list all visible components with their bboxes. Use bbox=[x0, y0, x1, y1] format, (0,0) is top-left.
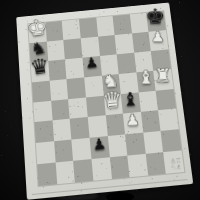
photo-grain bbox=[162, 150, 163, 151]
photo-grain bbox=[28, 62, 29, 63]
board-square-c5[interactable] bbox=[67, 77, 86, 99]
board-square-a5[interactable] bbox=[32, 80, 51, 102]
photo-grain bbox=[136, 66, 137, 67]
photo-grain bbox=[90, 14, 91, 15]
board-square-c8[interactable] bbox=[62, 19, 81, 40]
photo-grain bbox=[129, 171, 130, 172]
photo-grain bbox=[51, 134, 52, 135]
photo-grain bbox=[55, 152, 56, 153]
photo-grain bbox=[77, 102, 78, 103]
board-square-h4[interactable] bbox=[156, 89, 176, 111]
photo-grain bbox=[81, 191, 82, 192]
photo-grain bbox=[181, 167, 182, 168]
photo-grain bbox=[177, 122, 178, 123]
photo-grain bbox=[151, 154, 152, 155]
photo-grain bbox=[150, 167, 151, 168]
photo-grain bbox=[151, 20, 152, 21]
board-square-a2[interactable] bbox=[36, 142, 55, 165]
piece-black-pawn[interactable]: ♟ bbox=[91, 136, 106, 153]
photo-grain bbox=[25, 29, 26, 30]
photo-grain bbox=[95, 40, 96, 41]
piece-white-pawn[interactable]: ♟ bbox=[151, 31, 164, 45]
photo-grain bbox=[49, 182, 50, 183]
photo-grain bbox=[28, 86, 29, 87]
piece-black-bishop[interactable]: ♝ bbox=[121, 90, 139, 109]
board-square-a4[interactable] bbox=[33, 100, 52, 122]
board-square-c1[interactable] bbox=[73, 159, 93, 182]
photo-grain bbox=[73, 73, 74, 74]
photo-grain bbox=[77, 176, 78, 177]
photo-grain bbox=[7, 135, 8, 136]
board-square-h3[interactable] bbox=[158, 109, 178, 131]
photo-grain bbox=[47, 61, 48, 62]
photo-grain bbox=[174, 179, 175, 180]
photo-grain bbox=[144, 169, 145, 170]
photo-grain bbox=[32, 111, 33, 112]
board-square-f8[interactable] bbox=[113, 14, 132, 34]
photo-grain bbox=[129, 158, 130, 159]
photo-grain bbox=[17, 25, 18, 26]
board-square-d1[interactable] bbox=[91, 157, 111, 180]
photo-grain bbox=[123, 44, 124, 45]
photo-grain bbox=[163, 44, 164, 45]
photo-grain bbox=[120, 23, 121, 24]
photo-grain bbox=[73, 57, 74, 58]
piece-white-bishop[interactable]: ♝ bbox=[137, 68, 155, 87]
photo-grain bbox=[140, 164, 141, 165]
photo-grain bbox=[49, 75, 50, 76]
photo-grain bbox=[86, 76, 87, 77]
photo-grain bbox=[131, 181, 132, 182]
photo-grain bbox=[117, 159, 118, 160]
photo-grain bbox=[110, 108, 111, 109]
photo-grain bbox=[27, 50, 28, 51]
board-square-b3[interactable] bbox=[52, 119, 71, 141]
photo-grain bbox=[135, 150, 136, 151]
photo-grain bbox=[27, 70, 28, 71]
photo-grain bbox=[27, 98, 28, 99]
photo-grain bbox=[54, 51, 55, 52]
photo-grain bbox=[103, 12, 104, 13]
board-square-e2[interactable] bbox=[107, 135, 127, 158]
photo-grain bbox=[173, 113, 174, 114]
photo-grain bbox=[162, 14, 163, 15]
photo-grain bbox=[96, 175, 97, 176]
photo-grain bbox=[154, 54, 155, 55]
board-square-a3[interactable] bbox=[35, 121, 54, 143]
photo-grain bbox=[123, 179, 124, 180]
photo-grain bbox=[144, 115, 145, 116]
board-square-d8[interactable] bbox=[79, 18, 98, 39]
photo-grain bbox=[54, 123, 55, 124]
photo-grain bbox=[103, 89, 104, 90]
board-square-c4[interactable] bbox=[68, 97, 87, 119]
photo-frame: ♚♚♞♟♛♟♞♝♜♛♝♟♟ ♙♖ ♘♗ · · · · · · bbox=[0, 0, 200, 200]
photo-grain bbox=[181, 92, 182, 93]
board-square-c7[interactable] bbox=[64, 38, 83, 59]
board-square-f7[interactable] bbox=[115, 33, 134, 54]
photo-grain bbox=[83, 51, 84, 52]
photo-grain bbox=[143, 127, 144, 128]
photo-grain bbox=[35, 46, 36, 47]
photo-grain bbox=[178, 20, 179, 21]
board-square-e7[interactable] bbox=[98, 35, 117, 56]
piece-white-queen[interactable]: ♛ bbox=[102, 89, 124, 112]
photo-grain bbox=[55, 146, 56, 147]
photo-grain bbox=[53, 103, 54, 104]
photo-grain bbox=[150, 54, 151, 55]
photo-grain bbox=[181, 56, 182, 57]
photo-grain bbox=[179, 2, 180, 3]
board-square-b6[interactable] bbox=[48, 59, 67, 80]
photo-grain bbox=[51, 98, 52, 99]
board-square-e8[interactable] bbox=[96, 16, 115, 37]
photo-grain bbox=[153, 112, 154, 113]
photo-grain bbox=[175, 93, 176, 94]
photo-grain bbox=[127, 72, 128, 73]
photo-grain bbox=[146, 93, 147, 94]
photo-grain bbox=[166, 76, 167, 77]
photo-grain bbox=[128, 131, 129, 132]
piece-black-queen[interactable]: ♛ bbox=[28, 55, 51, 79]
photo-grain bbox=[37, 73, 38, 74]
photo-grain bbox=[80, 54, 81, 55]
board-square-c3[interactable] bbox=[70, 117, 90, 139]
photo-grain bbox=[154, 162, 155, 163]
photo-grain bbox=[110, 160, 111, 161]
photo-grain bbox=[83, 64, 84, 65]
photo-grain bbox=[117, 11, 118, 12]
photo-grain bbox=[1, 155, 2, 156]
photo-grain bbox=[168, 25, 169, 26]
board-square-f1[interactable] bbox=[127, 154, 147, 177]
board-logo-row: ♘♗ bbox=[170, 163, 181, 169]
photo-grain bbox=[11, 126, 12, 127]
photo-grain bbox=[29, 117, 30, 118]
photo-grain bbox=[43, 138, 44, 139]
board-square-c2[interactable] bbox=[72, 138, 92, 161]
photo-grain bbox=[28, 84, 29, 85]
photo-grain bbox=[23, 118, 24, 119]
photo-grain bbox=[99, 13, 100, 14]
photo-grain bbox=[124, 158, 125, 159]
board-square-f2[interactable] bbox=[125, 133, 145, 156]
photo-grain bbox=[152, 178, 153, 179]
board-square-b7[interactable] bbox=[46, 40, 65, 61]
photo-grain bbox=[42, 187, 43, 188]
photo-grain bbox=[18, 42, 19, 43]
board-square-c6[interactable] bbox=[65, 57, 84, 78]
photo-grain bbox=[60, 137, 61, 138]
photo-grain bbox=[81, 183, 82, 184]
photo-grain bbox=[184, 148, 185, 149]
piece-black-king[interactable]: ♚ bbox=[145, 7, 165, 28]
piece-black-pawn[interactable]: ♟ bbox=[84, 56, 99, 71]
photo-grain bbox=[33, 63, 34, 64]
photo-grain bbox=[34, 15, 35, 16]
board-square-b2[interactable] bbox=[54, 140, 74, 163]
photo-grain bbox=[29, 164, 30, 165]
photo-grain bbox=[32, 162, 33, 163]
photo-grain bbox=[136, 190, 137, 191]
photo-grain bbox=[5, 111, 6, 112]
photo-grain bbox=[190, 154, 191, 155]
photo-grain bbox=[154, 80, 155, 81]
photo-grain bbox=[165, 45, 166, 46]
board-mat: ♚♚♞♟♛♟♞♝♜♛♝♟♟ ♙♖ ♘♗ · · · · · · bbox=[16, 3, 193, 200]
background-object bbox=[106, 192, 134, 200]
photo-grain bbox=[68, 177, 69, 178]
board-square-b5[interactable] bbox=[49, 79, 68, 101]
photo-grain bbox=[106, 168, 107, 169]
photo-grain bbox=[177, 175, 178, 176]
board-square-d5[interactable] bbox=[84, 75, 103, 97]
board-square-h2[interactable] bbox=[161, 129, 182, 152]
board-square-b4[interactable] bbox=[51, 99, 70, 121]
photo-grain bbox=[113, 98, 114, 99]
